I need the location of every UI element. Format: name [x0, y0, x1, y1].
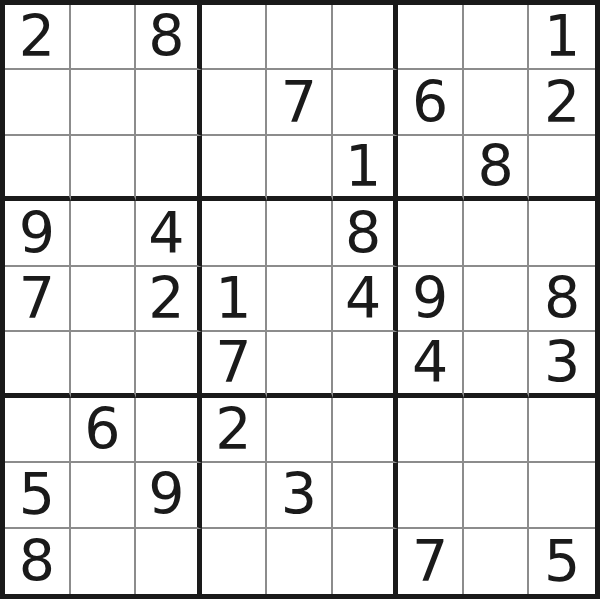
cell-r1c3[interactable]: 8	[136, 5, 202, 70]
cell-r2c7[interactable]: 6	[398, 70, 464, 135]
given-digit: 3	[544, 334, 580, 391]
cell-r6c8[interactable]	[464, 332, 530, 397]
given-digit: 9	[412, 270, 448, 327]
cell-r6c5[interactable]	[267, 332, 333, 397]
cell-r3c3[interactable]	[136, 136, 202, 201]
cell-r6c7[interactable]: 4	[398, 332, 464, 397]
cell-r7c2[interactable]: 6	[71, 398, 137, 463]
cell-r5c9[interactable]: 8	[529, 267, 595, 332]
cell-r1c8[interactable]	[464, 5, 530, 70]
cell-r3c1[interactable]	[5, 136, 71, 201]
cell-r9c2[interactable]	[71, 529, 137, 594]
cell-r1c1[interactable]: 2	[5, 5, 71, 70]
cell-r4c7[interactable]	[398, 201, 464, 266]
sudoku-board: 2817621894872149874362593875	[0, 0, 600, 599]
cell-r2c3[interactable]	[136, 70, 202, 135]
given-digit: 7	[281, 74, 317, 131]
cell-r4c8[interactable]	[464, 201, 530, 266]
cell-r2c9[interactable]: 2	[529, 70, 595, 135]
cell-r7c6[interactable]	[333, 398, 399, 463]
cell-r4c3[interactable]: 4	[136, 201, 202, 266]
cell-r3c9[interactable]	[529, 136, 595, 201]
cell-r1c6[interactable]	[333, 5, 399, 70]
given-digit: 8	[345, 205, 381, 262]
cell-r7c1[interactable]	[5, 398, 71, 463]
cell-r4c6[interactable]: 8	[333, 201, 399, 266]
given-digit: 8	[478, 138, 514, 195]
given-digit: 1	[544, 8, 580, 65]
cell-r8c4[interactable]	[202, 463, 268, 528]
cell-r4c2[interactable]	[71, 201, 137, 266]
cell-r2c8[interactable]	[464, 70, 530, 135]
cell-r4c9[interactable]	[529, 201, 595, 266]
given-digit: 5	[19, 466, 55, 523]
given-digit: 1	[215, 270, 251, 327]
cell-r7c5[interactable]	[267, 398, 333, 463]
given-digit: 7	[215, 334, 251, 391]
cell-r7c9[interactable]	[529, 398, 595, 463]
cell-r1c2[interactable]	[71, 5, 137, 70]
given-digit: 2	[148, 270, 184, 327]
cell-r3c4[interactable]	[202, 136, 268, 201]
cell-r9c8[interactable]	[464, 529, 530, 594]
cell-r9c1[interactable]: 8	[5, 529, 71, 594]
cell-r2c2[interactable]	[71, 70, 137, 135]
cell-r1c7[interactable]	[398, 5, 464, 70]
cell-r2c6[interactable]	[333, 70, 399, 135]
given-digit: 6	[412, 74, 448, 131]
cell-r9c4[interactable]	[202, 529, 268, 594]
cell-r7c3[interactable]	[136, 398, 202, 463]
cell-r5c4[interactable]: 1	[202, 267, 268, 332]
given-digit: 2	[215, 401, 251, 458]
cell-r3c6[interactable]: 1	[333, 136, 399, 201]
given-digit: 7	[412, 533, 448, 590]
cell-r5c6[interactable]: 4	[333, 267, 399, 332]
cell-r8c6[interactable]	[333, 463, 399, 528]
cell-r9c3[interactable]	[136, 529, 202, 594]
cell-r6c9[interactable]: 3	[529, 332, 595, 397]
cell-r4c4[interactable]	[202, 201, 268, 266]
given-digit: 4	[412, 334, 448, 391]
given-digit: 7	[19, 270, 55, 327]
cell-r7c4[interactable]: 2	[202, 398, 268, 463]
cell-r5c7[interactable]: 9	[398, 267, 464, 332]
cell-r3c5[interactable]	[267, 136, 333, 201]
cell-r8c1[interactable]: 5	[5, 463, 71, 528]
given-digit: 1	[345, 138, 381, 195]
cell-r6c1[interactable]	[5, 332, 71, 397]
cell-r6c4[interactable]: 7	[202, 332, 268, 397]
cell-r9c5[interactable]	[267, 529, 333, 594]
cell-r5c1[interactable]: 7	[5, 267, 71, 332]
cell-r8c9[interactable]	[529, 463, 595, 528]
given-digit: 5	[544, 533, 580, 590]
cell-r8c2[interactable]	[71, 463, 137, 528]
given-digit: 2	[544, 74, 580, 131]
cell-r3c7[interactable]	[398, 136, 464, 201]
cell-r9c7[interactable]: 7	[398, 529, 464, 594]
cell-r9c9[interactable]: 5	[529, 529, 595, 594]
cell-r2c5[interactable]: 7	[267, 70, 333, 135]
cell-r2c4[interactable]	[202, 70, 268, 135]
given-digit: 8	[19, 533, 55, 590]
cell-r5c2[interactable]	[71, 267, 137, 332]
cell-r4c5[interactable]	[267, 201, 333, 266]
cell-r7c7[interactable]	[398, 398, 464, 463]
cell-r1c5[interactable]	[267, 5, 333, 70]
given-digit: 8	[148, 8, 184, 65]
cell-r5c5[interactable]	[267, 267, 333, 332]
cell-r1c4[interactable]	[202, 5, 268, 70]
cell-r3c8[interactable]: 8	[464, 136, 530, 201]
cell-r8c8[interactable]	[464, 463, 530, 528]
cell-r3c2[interactable]	[71, 136, 137, 201]
given-digit: 9	[148, 466, 184, 523]
cell-r2c1[interactable]	[5, 70, 71, 135]
cell-r5c3[interactable]: 2	[136, 267, 202, 332]
given-digit: 8	[544, 270, 580, 327]
cell-r4c1[interactable]: 9	[5, 201, 71, 266]
cell-r1c9[interactable]: 1	[529, 5, 595, 70]
cell-r7c8[interactable]	[464, 398, 530, 463]
cell-r6c6[interactable]	[333, 332, 399, 397]
cell-r5c8[interactable]	[464, 267, 530, 332]
given-digit: 6	[84, 401, 120, 458]
cell-r8c7[interactable]	[398, 463, 464, 528]
cell-r6c3[interactable]	[136, 332, 202, 397]
given-digit: 4	[345, 270, 381, 327]
cell-r6c2[interactable]	[71, 332, 137, 397]
given-digit: 9	[19, 205, 55, 262]
sudoku-page: 2817621894872149874362593875	[0, 0, 600, 599]
cell-r8c3[interactable]: 9	[136, 463, 202, 528]
given-digit: 3	[281, 466, 317, 523]
given-digit: 2	[19, 8, 55, 65]
given-digit: 4	[148, 205, 184, 262]
cell-r9c6[interactable]	[333, 529, 399, 594]
cell-r8c5[interactable]: 3	[267, 463, 333, 528]
